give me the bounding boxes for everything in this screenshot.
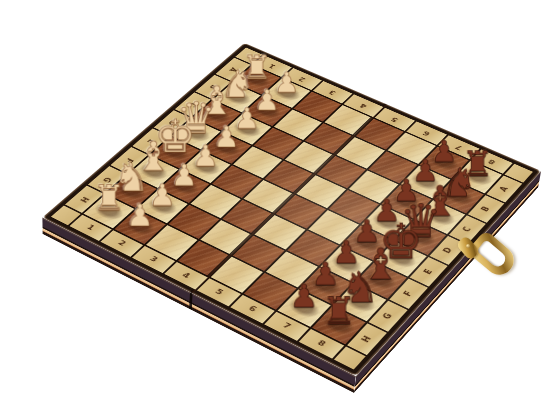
brass-clasp [455, 231, 515, 293]
file-label-left-A-text: A [228, 66, 239, 72]
rank-label-top-8-text: 8 [487, 158, 497, 165]
rank-label-top-7-text: 7 [454, 144, 464, 151]
file-label-left-F-text: F [124, 157, 135, 164]
product-photo: 11AA22BB33CC44DD55EE66FF77GG88HH ♜♟♞♟♝♟♛… [0, 0, 550, 413]
file-label-left-E-text: E [146, 138, 157, 144]
rank-label-top-4-text: 4 [359, 102, 369, 108]
latch-pin [466, 244, 470, 248]
chess-board: 11AA22BB33CC44DD55EE66FF77GG88HH ♜♟♞♟♝♟♛… [42, 43, 541, 376]
file-label-left-B-text: B [208, 84, 219, 90]
rank-label-top-5-text: 5 [390, 116, 400, 123]
rank-label-top-1-text: 1 [268, 63, 277, 69]
rank-label-top-2-text: 2 [298, 76, 307, 82]
file-label-right-A-text: A [499, 185, 510, 192]
perspective-scene: 11AA22BB33CC44DD55EE66FF77GG88HH ♜♟♞♟♝♟♛… [0, 0, 550, 413]
latch-loop-hole [476, 239, 508, 269]
file-label-left-C-text: C [188, 101, 199, 107]
rank-label-top-6-text: 6 [422, 130, 432, 137]
rank-label-top-3-text: 3 [328, 89, 338, 95]
fold-seam-side [189, 292, 192, 310]
file-label-left-D-text: D [166, 119, 177, 126]
